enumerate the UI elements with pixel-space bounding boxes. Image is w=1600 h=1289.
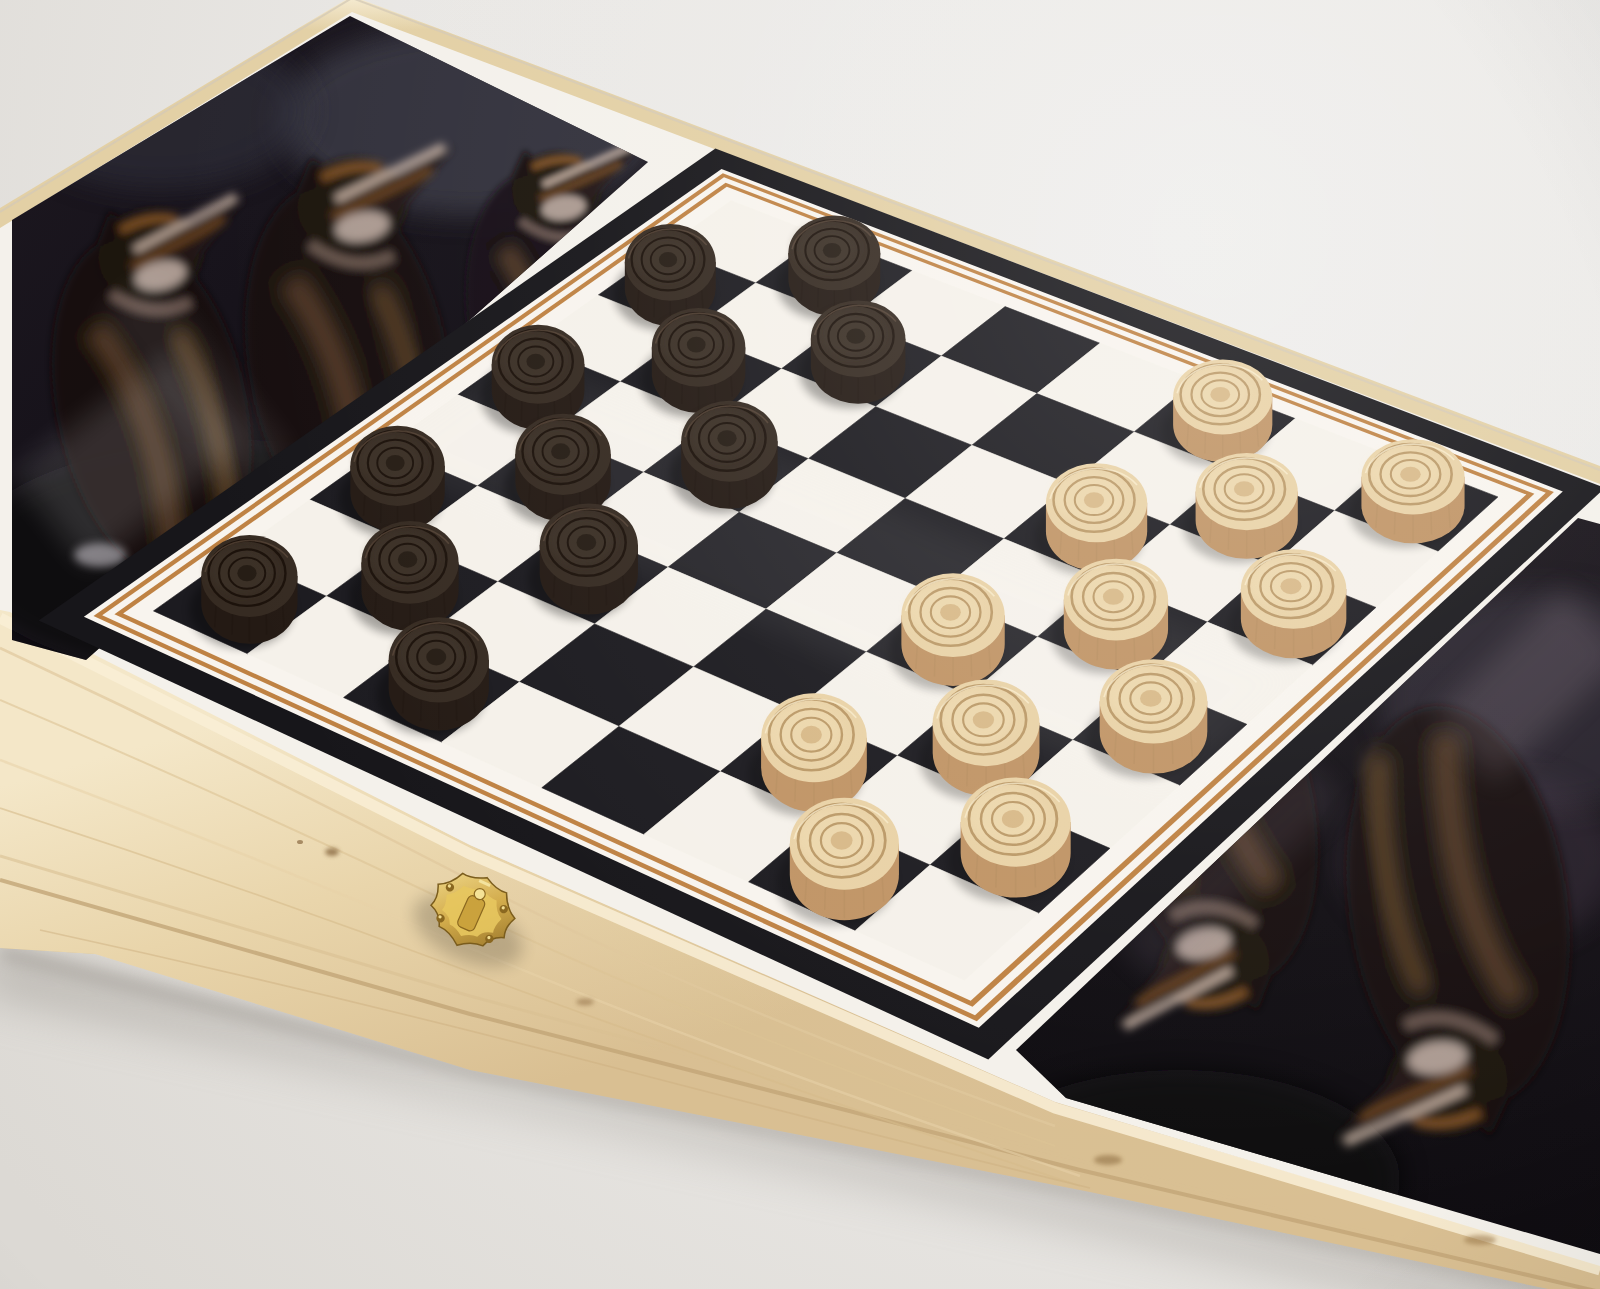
scene: Russian draughts (shashki), 8x8 wooden f…: [0, 0, 1600, 1289]
vignette: [0, 0, 1600, 1289]
checkers-box-photo: [0, 0, 1600, 1289]
